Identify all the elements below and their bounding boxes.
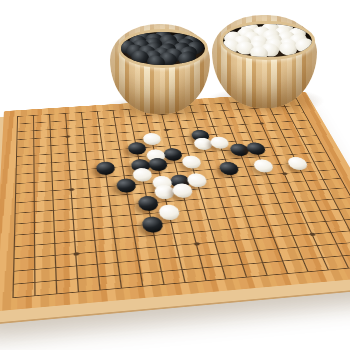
go-board (0, 92, 350, 312)
grid-cell (141, 272, 164, 287)
star-point (259, 122, 264, 124)
bowl-opening (220, 21, 314, 60)
white-stone-heap (223, 24, 311, 57)
star-point (282, 172, 288, 175)
grid-cell (120, 274, 143, 289)
grid-cell (57, 279, 79, 294)
grid-cell (162, 270, 186, 285)
bowl-opening (118, 29, 208, 67)
board-grid (12, 98, 350, 298)
black-stone-heap (121, 32, 205, 64)
grid-cell (14, 283, 36, 298)
go-set-product-photo (0, 0, 350, 350)
grid-cell (78, 277, 100, 292)
grid-cell (99, 275, 122, 290)
grid-cell (35, 281, 57, 296)
